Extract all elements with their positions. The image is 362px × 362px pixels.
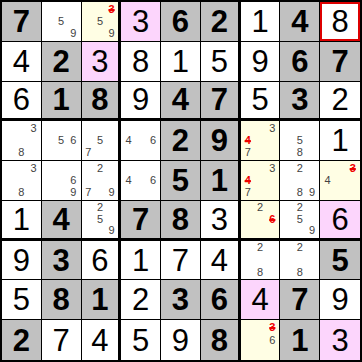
empty-candidate-slot — [334, 187, 347, 199]
empty-candidate-slot — [83, 213, 95, 225]
cell-r8c8[interactable]: 7 — [280, 280, 320, 320]
cell-r9c8[interactable]: 1 — [280, 320, 320, 360]
empty-candidate-slot — [294, 174, 306, 186]
empty-candidate-slot — [147, 187, 159, 199]
cell-r4c3[interactable]: 57 — [82, 121, 122, 161]
empty-candidate-slot — [242, 225, 254, 237]
empty-candidate-slot — [43, 187, 55, 199]
pencil-marks: 36 — [241, 320, 280, 360]
pencil-marks: 34 — [320, 161, 360, 200]
candidate: 2 — [294, 162, 306, 174]
candidate: 2 — [94, 202, 106, 214]
pencil-marks: 347 — [241, 161, 280, 200]
eliminated-candidate: 4 — [242, 135, 254, 147]
solved-digit: 4 — [211, 245, 228, 276]
solved-digit: 4 — [91, 325, 108, 356]
candidate: 7 — [83, 187, 95, 199]
sudoku-board: 7593593621484238159676189475323856574629… — [0, 0, 362, 362]
cell-r2c1[interactable]: 4 — [2, 42, 42, 82]
solved-digit: 1 — [251, 6, 268, 37]
empty-candidate-slot — [281, 225, 293, 237]
solved-digit: 4 — [251, 284, 268, 315]
empty-candidate-slot — [94, 28, 106, 40]
empty-candidate-slot — [242, 254, 254, 266]
empty-candidate-slot — [306, 122, 318, 134]
cell-r7c4[interactable]: 1 — [121, 241, 161, 281]
candidate: 7 — [83, 147, 95, 159]
cell-r9c9[interactable]: 3 — [320, 320, 360, 360]
empty-candidate-slot — [242, 334, 254, 347]
cell-r1c8[interactable]: 4 — [280, 2, 320, 42]
empty-candidate-slot — [242, 202, 254, 214]
cell-r3c4[interactable]: 9 — [121, 82, 161, 122]
cell-r4c4[interactable]: 46 — [121, 121, 161, 161]
empty-candidate-slot — [306, 147, 318, 159]
cell-r4c5[interactable]: 2 — [161, 121, 201, 161]
solved-digit: 5 — [211, 46, 228, 77]
empty-candidate-slot — [242, 266, 254, 278]
empty-candidate-slot — [106, 162, 118, 174]
cell-r1c2[interactable]: 59 — [42, 2, 82, 42]
empty-candidate-slot — [266, 242, 278, 254]
empty-candidate-slot — [3, 135, 15, 147]
cell-r9c3[interactable]: 4 — [82, 320, 122, 360]
pencil-marks: 59 — [42, 2, 81, 41]
candidate: 9 — [306, 225, 318, 237]
empty-candidate-slot — [266, 147, 278, 159]
eliminated-candidate: 3 — [106, 3, 118, 15]
candidate: 6 — [147, 135, 159, 147]
candidate: 9 — [67, 28, 79, 40]
solved-digit: 6 — [91, 245, 108, 276]
cell-r1c7[interactable]: 1 — [241, 2, 281, 42]
cell-r2c4[interactable]: 8 — [121, 42, 161, 82]
pencil-marks: 28 — [241, 241, 280, 280]
empty-candidate-slot — [15, 135, 27, 147]
cell-r7c7[interactable]: 28 — [241, 241, 281, 281]
pencil-marks: 279 — [82, 161, 119, 200]
empty-candidate-slot — [266, 254, 278, 266]
candidate: 5 — [94, 15, 106, 27]
eliminated-candidate: 6 — [266, 213, 278, 225]
cell-r3c8[interactable]: 3 — [280, 82, 320, 122]
empty-candidate-slot — [281, 202, 293, 214]
cell-r6c1[interactable]: 1 — [2, 201, 42, 241]
cell-r9c2[interactable]: 7 — [42, 320, 82, 360]
empty-candidate-slot — [135, 122, 147, 134]
empty-candidate-slot — [106, 135, 118, 147]
cell-r9c1[interactable]: 2 — [2, 320, 42, 360]
cell-r8c4[interactable]: 2 — [121, 280, 161, 320]
empty-candidate-slot — [281, 242, 293, 254]
empty-candidate-slot — [122, 147, 134, 159]
empty-candidate-slot — [3, 147, 15, 159]
solved-digit: 2 — [132, 284, 149, 315]
given-digit: 2 — [211, 6, 228, 37]
given-digit: 9 — [211, 125, 228, 156]
given-digit: 2 — [172, 125, 189, 156]
solved-digit: 9 — [251, 46, 268, 77]
empty-candidate-slot — [306, 254, 318, 266]
empty-candidate-slot — [334, 162, 347, 174]
solved-digit: 8 — [331, 6, 348, 37]
empty-candidate-slot — [28, 187, 40, 199]
cell-r3c2[interactable]: 1 — [42, 82, 82, 122]
empty-candidate-slot — [67, 162, 79, 174]
empty-candidate-slot — [43, 15, 55, 27]
solved-digit: 3 — [211, 204, 228, 235]
empty-candidate-slot — [254, 254, 266, 266]
eliminated-candidate: 3 — [266, 321, 278, 334]
empty-candidate-slot — [346, 187, 359, 199]
cell-r6c6[interactable]: 3 — [201, 201, 241, 241]
empty-candidate-slot — [294, 254, 306, 266]
empty-candidate-slot — [281, 162, 293, 174]
empty-candidate-slot — [106, 122, 118, 134]
solved-digit: 9 — [13, 245, 30, 276]
cell-r4c6[interactable]: 9 — [201, 121, 241, 161]
empty-candidate-slot — [83, 3, 95, 15]
cell-r5c6[interactable]: 1 — [201, 161, 241, 201]
cell-r8c3[interactable]: 1 — [82, 280, 122, 320]
empty-candidate-slot — [306, 162, 318, 174]
solved-digit: 6 — [13, 84, 30, 115]
solved-digit: 5 — [13, 284, 30, 315]
candidate: 5 — [94, 213, 106, 225]
cell-r7c8[interactable]: 28 — [280, 241, 320, 281]
pencil-marks: 38 — [2, 161, 41, 200]
given-digit: 1 — [91, 284, 108, 315]
cell-r8c2[interactable]: 8 — [42, 280, 82, 320]
candidate: 4 — [321, 174, 334, 186]
empty-candidate-slot — [281, 266, 293, 278]
solved-digit: 2 — [331, 84, 348, 115]
candidate: 5 — [94, 135, 106, 147]
cell-r6c3[interactable]: 259 — [82, 201, 122, 241]
empty-candidate-slot — [94, 3, 106, 15]
empty-candidate-slot — [55, 162, 67, 174]
solved-digit: 9 — [132, 84, 149, 115]
empty-candidate-slot — [135, 135, 147, 147]
empty-candidate-slot — [83, 122, 95, 134]
cell-r2c9[interactable]: 7 — [320, 42, 360, 82]
cell-r8c1[interactable]: 5 — [2, 280, 42, 320]
empty-candidate-slot — [28, 135, 40, 147]
cell-r4c2[interactable]: 56 — [42, 121, 82, 161]
solved-digit: 3 — [91, 46, 108, 77]
empty-candidate-slot — [147, 122, 159, 134]
candidate: 6 — [147, 174, 159, 186]
empty-candidate-slot — [55, 122, 67, 134]
cell-r5c3[interactable]: 279 — [82, 161, 122, 201]
candidate: 8 — [294, 266, 306, 278]
empty-candidate-slot — [254, 147, 266, 159]
cell-r9c5[interactable]: 9 — [161, 320, 201, 360]
cell-r1c1[interactable]: 7 — [2, 2, 42, 42]
empty-candidate-slot — [254, 174, 266, 186]
cell-r6c8[interactable]: 259 — [280, 201, 320, 241]
solved-digit: 3 — [331, 325, 348, 356]
empty-candidate-slot — [266, 266, 278, 278]
cell-r5c7[interactable]: 347 — [241, 161, 281, 201]
empty-candidate-slot — [266, 202, 278, 214]
empty-candidate-slot — [266, 174, 278, 186]
empty-candidate-slot — [83, 174, 95, 186]
empty-candidate-slot — [15, 162, 27, 174]
cell-r7c5[interactable]: 7 — [161, 241, 201, 281]
cell-r5c8[interactable]: 289 — [280, 161, 320, 201]
empty-candidate-slot — [306, 174, 318, 186]
empty-candidate-slot — [147, 162, 159, 174]
cell-r9c4[interactable]: 5 — [121, 320, 161, 360]
given-digit: 1 — [291, 325, 308, 356]
candidate: 8 — [294, 187, 306, 199]
empty-candidate-slot — [106, 15, 118, 27]
empty-candidate-slot — [254, 334, 266, 347]
solved-digit: 9 — [331, 284, 348, 315]
cell-r3c5[interactable]: 4 — [161, 82, 201, 122]
empty-candidate-slot — [346, 174, 359, 186]
empty-candidate-slot — [43, 174, 55, 186]
pencil-marks: 57 — [82, 121, 119, 160]
empty-candidate-slot — [3, 187, 15, 199]
empty-candidate-slot — [294, 225, 306, 237]
cell-r6c4[interactable]: 7 — [121, 201, 161, 241]
candidate: 9 — [106, 187, 118, 199]
empty-candidate-slot — [55, 187, 67, 199]
candidate: 2 — [294, 202, 306, 214]
solved-digit: 5 — [132, 325, 149, 356]
candidate: 5 — [55, 15, 67, 27]
given-digit: 6 — [291, 46, 308, 77]
cell-r7c6[interactable]: 4 — [201, 241, 241, 281]
candidate: 9 — [106, 225, 118, 237]
empty-candidate-slot — [254, 135, 266, 147]
empty-candidate-slot — [306, 202, 318, 214]
pencil-marks: 347 — [241, 121, 280, 160]
pencil-marks: 38 — [2, 121, 41, 160]
given-digit: 2 — [13, 325, 30, 356]
empty-candidate-slot — [147, 147, 159, 159]
cell-r8c6[interactable]: 6 — [201, 280, 241, 320]
empty-candidate-slot — [122, 187, 134, 199]
given-digit: 4 — [172, 84, 189, 115]
given-digit: 6 — [172, 6, 189, 37]
given-digit: 6 — [211, 284, 228, 315]
empty-candidate-slot — [254, 213, 266, 225]
candidate: 6 — [67, 135, 79, 147]
empty-candidate-slot — [55, 147, 67, 159]
empty-candidate-slot — [281, 254, 293, 266]
empty-candidate-slot — [242, 321, 254, 334]
empty-candidate-slot — [67, 3, 79, 15]
solved-digit: 6 — [331, 204, 348, 235]
cell-r6c9[interactable]: 6 — [320, 201, 360, 241]
candidate: 3 — [266, 162, 278, 174]
candidate: 6 — [67, 174, 79, 186]
given-digit: 3 — [53, 245, 70, 276]
empty-candidate-slot — [135, 147, 147, 159]
cell-r1c4[interactable]: 3 — [121, 2, 161, 42]
cell-r4c8[interactable]: 58 — [280, 121, 320, 161]
empty-candidate-slot — [67, 15, 79, 27]
cell-r2c8[interactable]: 6 — [280, 42, 320, 82]
cell-r4c1[interactable]: 38 — [2, 121, 42, 161]
candidate: 5 — [294, 213, 306, 225]
cell-r6c2[interactable]: 4 — [42, 201, 82, 241]
empty-candidate-slot — [94, 174, 106, 186]
candidate: 4 — [122, 174, 134, 186]
empty-candidate-slot — [321, 162, 334, 174]
solved-digit: 1 — [172, 46, 189, 77]
cell-r7c3[interactable]: 6 — [82, 241, 122, 281]
cell-r3c7[interactable]: 5 — [241, 82, 281, 122]
candidate: 7 — [242, 187, 254, 199]
cell-r8c9[interactable]: 9 — [320, 280, 360, 320]
given-digit: 3 — [291, 84, 308, 115]
cell-r5c2[interactable]: 69 — [42, 161, 82, 201]
empty-candidate-slot — [281, 135, 293, 147]
empty-candidate-slot — [306, 242, 318, 254]
cell-r7c9[interactable]: 5 — [320, 241, 360, 281]
empty-candidate-slot — [306, 266, 318, 278]
candidate: 3 — [28, 162, 40, 174]
empty-candidate-slot — [83, 28, 95, 40]
empty-candidate-slot — [55, 28, 67, 40]
empty-candidate-slot — [254, 225, 266, 237]
empty-candidate-slot — [254, 162, 266, 174]
empty-candidate-slot — [122, 122, 134, 134]
cell-r2c7[interactable]: 9 — [241, 42, 281, 82]
pencil-marks: 28 — [280, 241, 319, 280]
empty-candidate-slot — [3, 122, 15, 134]
cell-r4c9[interactable]: 1 — [320, 121, 360, 161]
empty-candidate-slot — [254, 122, 266, 134]
candidate: 9 — [67, 187, 79, 199]
empty-candidate-slot — [43, 162, 55, 174]
empty-candidate-slot — [55, 174, 67, 186]
candidate: 9 — [306, 187, 318, 199]
given-digit: 7 — [13, 6, 30, 37]
empty-candidate-slot — [67, 122, 79, 134]
solved-digit: 1 — [132, 245, 149, 276]
cell-r8c5[interactable]: 3 — [161, 280, 201, 320]
given-digit: 1 — [53, 84, 70, 115]
given-digit: 7 — [132, 204, 149, 235]
solved-digit: 3 — [132, 6, 149, 37]
candidate: 3 — [28, 122, 40, 134]
empty-candidate-slot — [43, 135, 55, 147]
solved-digit: 9 — [172, 325, 189, 356]
eliminated-candidate: 3 — [346, 162, 359, 174]
empty-candidate-slot — [242, 346, 254, 359]
empty-candidate-slot — [55, 3, 67, 15]
empty-candidate-slot — [135, 174, 147, 186]
given-digit: 8 — [172, 204, 189, 235]
cell-r5c1[interactable]: 38 — [2, 161, 42, 201]
empty-candidate-slot — [266, 187, 278, 199]
empty-candidate-slot — [135, 162, 147, 174]
cell-r2c2[interactable]: 2 — [42, 42, 82, 82]
candidate: 2 — [254, 202, 266, 214]
eliminated-candidate: 4 — [242, 174, 254, 186]
empty-candidate-slot — [281, 147, 293, 159]
empty-candidate-slot — [294, 122, 306, 134]
empty-candidate-slot — [83, 225, 95, 237]
given-digit: 7 — [211, 84, 228, 115]
pencil-marks: 69 — [42, 161, 81, 200]
candidate: 3 — [266, 122, 278, 134]
empty-candidate-slot — [28, 147, 40, 159]
candidate: 2 — [294, 242, 306, 254]
empty-candidate-slot — [83, 15, 95, 27]
cell-r5c4[interactable]: 46 — [121, 161, 161, 201]
given-digit: 8 — [91, 84, 108, 115]
cell-r8c7[interactable]: 4 — [241, 280, 281, 320]
candidate: 7 — [242, 147, 254, 159]
given-digit: 8 — [53, 284, 70, 315]
cell-r3c9[interactable]: 2 — [320, 82, 360, 122]
cell-r9c6[interactable]: 8 — [201, 320, 241, 360]
empty-candidate-slot — [83, 135, 95, 147]
cell-r7c1[interactable]: 9 — [2, 241, 42, 281]
given-digit: 3 — [172, 284, 189, 315]
candidate: 8 — [254, 266, 266, 278]
empty-candidate-slot — [106, 202, 118, 214]
cell-r2c6[interactable]: 5 — [201, 42, 241, 82]
solved-digit: 4 — [13, 46, 30, 77]
empty-candidate-slot — [281, 187, 293, 199]
cell-r7c2[interactable]: 3 — [42, 241, 82, 281]
cell-r9c7[interactable]: 36 — [241, 320, 281, 360]
empty-candidate-slot — [334, 174, 347, 186]
cell-r1c5[interactable]: 6 — [161, 2, 201, 42]
cell-r6c5[interactable]: 8 — [161, 201, 201, 241]
cell-r4c7[interactable]: 347 — [241, 121, 281, 161]
empty-candidate-slot — [242, 122, 254, 134]
empty-candidate-slot — [281, 213, 293, 225]
solved-digit: 8 — [132, 46, 149, 77]
empty-candidate-slot — [67, 147, 79, 159]
cell-r6c7[interactable]: 26 — [241, 201, 281, 241]
candidate: 5 — [294, 135, 306, 147]
empty-candidate-slot — [266, 225, 278, 237]
candidate: 2 — [254, 242, 266, 254]
cell-r3c1[interactable]: 6 — [2, 82, 42, 122]
candidate: 5 — [55, 135, 67, 147]
cell-r5c9[interactable]: 34 — [320, 161, 360, 201]
cell-r3c3[interactable]: 8 — [82, 82, 122, 122]
cell-r3c6[interactable]: 7 — [201, 82, 241, 122]
empty-candidate-slot — [15, 174, 27, 186]
cell-r2c5[interactable]: 1 — [161, 42, 201, 82]
empty-candidate-slot — [281, 174, 293, 186]
given-digit: 7 — [331, 46, 348, 77]
empty-candidate-slot — [254, 187, 266, 199]
cell-r5c5[interactable]: 5 — [161, 161, 201, 201]
empty-candidate-slot — [321, 187, 334, 199]
candidate: 8 — [294, 147, 306, 159]
cell-r1c6[interactable]: 2 — [201, 2, 241, 42]
pencil-marks: 259 — [82, 201, 119, 238]
pencil-marks: 56 — [42, 121, 81, 160]
cell-r1c9-selected[interactable]: 8 — [320, 2, 360, 42]
cell-r2c3[interactable]: 3 — [82, 42, 122, 82]
cell-r1c3[interactable]: 359 — [82, 2, 122, 42]
solved-digit: 1 — [331, 125, 348, 156]
pencil-marks: 46 — [121, 161, 160, 200]
pencil-marks: 259 — [280, 201, 319, 238]
